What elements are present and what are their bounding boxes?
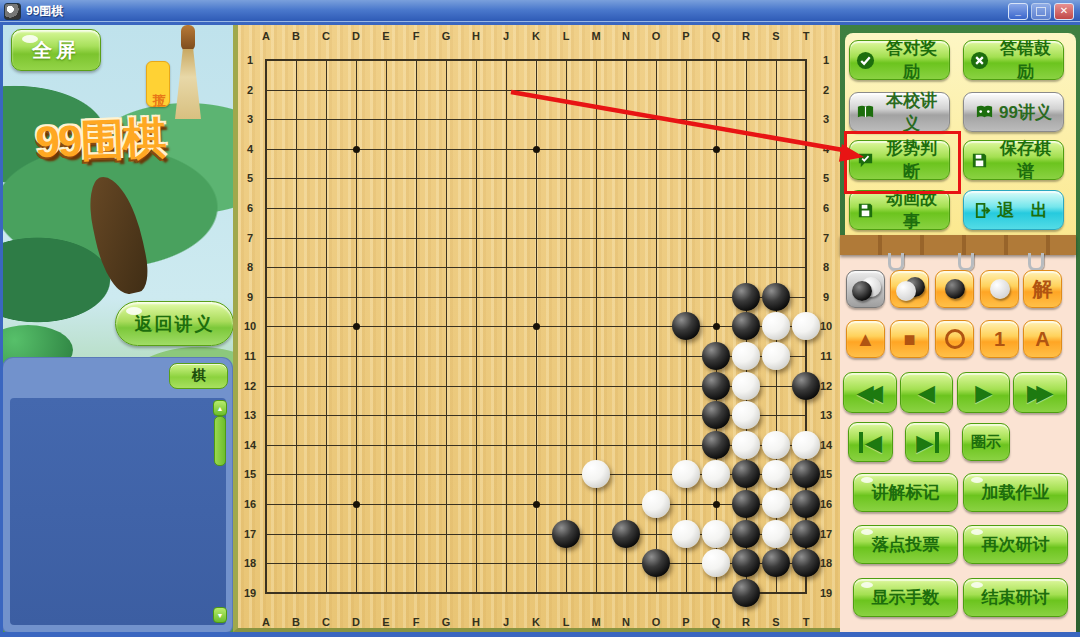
check-circle-icon (856, 51, 875, 70)
col-label-bottom: S (766, 615, 786, 629)
white-stone[interactable] (582, 460, 610, 488)
maximize-button[interactable] (1031, 3, 1051, 20)
black-stone[interactable] (702, 401, 730, 429)
row-label-left: 7 (240, 231, 260, 245)
white-stone[interactable] (762, 460, 790, 488)
col-label-bottom: E (376, 615, 396, 629)
row-label-right: 19 (816, 586, 836, 600)
col-label-bottom: H (466, 615, 486, 629)
row-label-right: 9 (816, 290, 836, 304)
exit-label: 退 出 (997, 199, 1054, 222)
vote-point-label: 落点投票 (872, 533, 940, 556)
first-move-button[interactable]: ◀ (848, 422, 893, 462)
star-point (353, 323, 360, 330)
col-label-top: G (436, 29, 456, 43)
scrollbar-down-button[interactable]: ▼ (213, 607, 227, 623)
mode-alternate-black-first-button[interactable] (846, 270, 885, 308)
white-stone[interactable] (732, 401, 760, 429)
row-label-left: 17 (240, 527, 260, 541)
row-label-right: 5 (816, 171, 836, 185)
col-label-bottom: D (346, 615, 366, 629)
col-label-bottom: C (316, 615, 336, 629)
window-title: 99围棋 (26, 3, 63, 20)
col-label-top: D (346, 29, 366, 43)
return-lecture-button[interactable]: 返回讲义 (115, 301, 233, 346)
fast-forward-button[interactable]: ▶▶ (1013, 372, 1067, 413)
mode-white-button[interactable] (980, 270, 1019, 308)
black-stone[interactable] (732, 549, 760, 577)
black-stone[interactable] (642, 549, 670, 577)
save-kifu-label: 保存棋谱 (994, 137, 1057, 183)
fullscreen-button[interactable]: 全屏 (11, 29, 101, 71)
row-label-right: 2 (816, 83, 836, 97)
row-label-right: 12 (816, 379, 836, 393)
white-stone[interactable] (762, 342, 790, 370)
row-label-right: 13 (816, 408, 836, 422)
reward-wrong-button[interactable]: 答错鼓励 (963, 40, 1064, 80)
col-label-bottom: K (526, 615, 546, 629)
row-label-right: 17 (816, 527, 836, 541)
reward-wrong-label: 答错鼓励 (994, 37, 1057, 83)
col-label-top: J (496, 29, 516, 43)
pull-down-tag[interactable]: 下拉 (146, 61, 170, 107)
col-label-top: O (646, 29, 666, 43)
discuss-again-label: 再次研讨 (982, 533, 1050, 556)
explain-mark-label: 讲解标记 (872, 481, 940, 504)
square-icon: ■ (903, 328, 915, 351)
row-label-left: 2 (240, 83, 260, 97)
col-label-bottom: O (646, 615, 666, 629)
forward-button[interactable]: ▶ (957, 372, 1010, 413)
minimize-button[interactable]: _ (1008, 3, 1028, 20)
star-point (713, 501, 720, 508)
row-label-left: 18 (240, 556, 260, 570)
triangle-icon: ▲ (856, 328, 876, 351)
back-button[interactable]: ◀ (900, 372, 953, 413)
circle-icon (945, 329, 965, 349)
black-stone[interactable] (702, 372, 730, 400)
school-lecture-button[interactable]: 本校讲义 (849, 92, 950, 132)
black-stone[interactable] (702, 342, 730, 370)
col-label-bottom: Q (706, 615, 726, 629)
white-stone[interactable] (762, 312, 790, 340)
mode-answer-button[interactable]: 解 (1023, 270, 1062, 308)
open-book-icon (975, 103, 994, 122)
black-stone[interactable] (732, 312, 760, 340)
row-label-left: 12 (240, 379, 260, 393)
white-stone[interactable] (732, 342, 760, 370)
end-discuss-label: 结束研讨 (982, 586, 1050, 609)
col-label-bottom: B (286, 615, 306, 629)
close-button[interactable]: ✕ (1054, 3, 1074, 20)
row-label-left: 13 (240, 408, 260, 422)
white-stone[interactable] (702, 549, 730, 577)
left-panel: 全屏 下拉 99围棋 返回讲义 棋 ▲ ▼ (3, 25, 233, 632)
app-logo: 99围棋 (14, 108, 186, 172)
row-label-left: 10 (240, 319, 260, 333)
col-label-bottom: F (406, 615, 426, 629)
white-stone[interactable] (762, 490, 790, 518)
last-move-button[interactable]: ▶ (905, 422, 950, 462)
row-label-left: 8 (240, 260, 260, 274)
show-moves-button[interactable]: 显示手数 (853, 578, 958, 617)
number-1-icon: 1 (994, 328, 1005, 351)
white-stone[interactable] (762, 431, 790, 459)
col-label-top: R (736, 29, 756, 43)
col-label-top: A (256, 29, 276, 43)
white-stone[interactable] (642, 490, 670, 518)
col-label-top: M (586, 29, 606, 43)
marker-square-button[interactable]: ■ (890, 320, 929, 358)
col-label-top: F (406, 29, 426, 43)
white-stone-icon (896, 281, 916, 301)
grid-line-v (596, 59, 597, 594)
row-label-left: 6 (240, 201, 260, 215)
exit-button[interactable]: 退 出 (963, 190, 1064, 230)
broom-ornament (173, 25, 203, 121)
first-move-icon: ◀ (859, 432, 881, 453)
exit-door-icon (973, 201, 992, 220)
x-circle-icon (970, 51, 989, 70)
vote-point-button[interactable]: 落点投票 (853, 525, 958, 564)
row-label-left: 5 (240, 171, 260, 185)
col-label-bottom: G (436, 615, 456, 629)
col-label-bottom: T (796, 615, 816, 629)
star-point (353, 146, 360, 153)
lecture-99-label: 99讲义 (999, 101, 1052, 124)
row-label-left: 14 (240, 438, 260, 452)
col-label-top: P (676, 29, 696, 43)
row-label-right: 18 (816, 556, 836, 570)
white-stone-icon (990, 279, 1010, 299)
floppy-disk-icon (856, 201, 875, 220)
circle-show-label: 圈示 (971, 433, 1001, 452)
col-label-bottom: J (496, 615, 516, 629)
black-stone[interactable] (672, 312, 700, 340)
col-label-bottom: N (616, 615, 636, 629)
col-label-top: Q (706, 29, 726, 43)
black-stone[interactable] (732, 579, 760, 607)
row-label-left: 19 (240, 586, 260, 600)
row-label-right: 3 (816, 112, 836, 126)
hook (958, 253, 974, 271)
school-lecture-label: 本校讲义 (880, 89, 943, 135)
star-point (713, 146, 720, 153)
save-kifu-button[interactable]: 保存棋谱 (963, 140, 1064, 180)
row-label-left: 11 (240, 349, 260, 363)
star-point (713, 323, 720, 330)
explain-mark-button[interactable]: 讲解标记 (853, 473, 958, 512)
hook (1028, 253, 1044, 271)
black-stone-icon (852, 281, 872, 301)
col-label-top: C (316, 29, 336, 43)
col-label-bottom: L (556, 615, 576, 629)
black-stone[interactable] (732, 490, 760, 518)
marker-number-button[interactable]: 1 (980, 320, 1019, 358)
board-grid[interactable] (266, 60, 807, 594)
row-label-right: 4 (816, 142, 836, 156)
mode-black-button[interactable] (935, 270, 974, 308)
col-label-top: B (286, 29, 306, 43)
fast-forward-icon: ▶▶ (1027, 382, 1045, 403)
reward-correct-label: 答对奖励 (880, 37, 943, 83)
black-stone[interactable] (612, 520, 640, 548)
reward-correct-button[interactable]: 答对奖励 (849, 40, 950, 80)
white-stone[interactable] (672, 520, 700, 548)
chat-message-area[interactable]: ▲ ▼ (10, 398, 226, 625)
col-label-bottom: M (586, 615, 606, 629)
black-stone[interactable] (552, 520, 580, 548)
black-stone[interactable] (732, 460, 760, 488)
titlebar: 99围棋 _ ✕ (0, 0, 1080, 22)
row-label-right: 16 (816, 497, 836, 511)
marker-letter-button[interactable]: A (1023, 320, 1062, 358)
chat-panel: 棋 ▲ ▼ (3, 358, 232, 632)
tree-trunk (83, 172, 153, 299)
row-label-right: 1 (816, 53, 836, 67)
col-label-bottom: R (736, 615, 756, 629)
col-label-top: K (526, 29, 546, 43)
row-label-right: 15 (816, 467, 836, 481)
star-point (533, 501, 540, 508)
black-stone-icon (945, 279, 965, 299)
lecture-99-button[interactable]: 99讲义 (963, 92, 1064, 132)
row-label-right: 11 (816, 349, 836, 363)
col-label-top: L (556, 29, 576, 43)
letter-a-icon: A (1035, 328, 1049, 351)
mode-alternate-white-first-button[interactable] (890, 270, 929, 308)
rewind-icon: ◀◀ (857, 382, 875, 403)
row-label-right: 6 (816, 201, 836, 215)
row-label-right: 10 (816, 319, 836, 333)
black-stone[interactable] (702, 431, 730, 459)
grid-line-h (265, 592, 807, 594)
black-stone[interactable] (762, 283, 790, 311)
discuss-again-button[interactable]: 再次研讨 (963, 525, 1068, 564)
col-label-top: E (376, 29, 396, 43)
chat-tab-qi[interactable]: 棋 (169, 363, 228, 389)
star-point (353, 501, 360, 508)
col-label-bottom: P (676, 615, 696, 629)
row-label-left: 3 (240, 112, 260, 126)
white-stone[interactable] (702, 520, 730, 548)
chat-scrollbar[interactable]: ▲ ▼ (213, 400, 225, 623)
last-move-icon: ▶ (916, 432, 938, 453)
row-label-right: 7 (816, 231, 836, 245)
hook (888, 253, 904, 271)
row-label-right: 14 (816, 438, 836, 452)
scrollbar-thumb[interactable] (214, 416, 226, 466)
white-stone[interactable] (732, 372, 760, 400)
load-homework-label: 加载作业 (982, 481, 1050, 504)
row-label-left: 4 (240, 142, 260, 156)
white-stone[interactable] (672, 460, 700, 488)
right-panel: 答对奖励 答错鼓励 本校讲义 99讲义 形势判断 保存棋谱 动画故事 (840, 25, 1080, 632)
floppy-disk-icon (970, 151, 989, 170)
col-label-bottom: A (256, 615, 276, 629)
marker-circle-button[interactable] (935, 320, 974, 358)
row-label-left: 16 (240, 497, 260, 511)
app-window: 99围棋 _ ✕ 全屏 下拉 99围棋 返回讲义 棋 ▲ ▼ (0, 0, 1080, 637)
grid-line-v (566, 59, 567, 594)
back-icon: ◀ (918, 382, 934, 403)
col-label-top: H (466, 29, 486, 43)
marker-triangle-button[interactable]: ▲ (846, 320, 885, 358)
row-label-left: 1 (240, 53, 260, 67)
open-book-icon (856, 103, 875, 122)
annotation-red-box (844, 131, 961, 194)
star-point (533, 323, 540, 330)
anim-story-button[interactable]: 动画故事 (849, 190, 950, 230)
row-label-left: 9 (240, 290, 260, 304)
white-stone[interactable] (702, 460, 730, 488)
circle-show-button[interactable]: 圈示 (962, 423, 1010, 461)
answer-label: 解 (1033, 276, 1053, 303)
black-stone[interactable] (762, 549, 790, 577)
rewind-button[interactable]: ◀◀ (843, 372, 897, 413)
white-stone[interactable] (732, 431, 760, 459)
grid-line-v (626, 59, 627, 594)
row-label-right: 8 (816, 260, 836, 274)
white-stone[interactable] (762, 520, 790, 548)
show-moves-label: 显示手数 (872, 586, 940, 609)
col-label-top: T (796, 29, 816, 43)
scrollbar-up-button[interactable]: ▲ (213, 400, 227, 416)
wood-plank (840, 235, 1076, 255)
black-stone[interactable] (732, 520, 760, 548)
app-icon (4, 3, 21, 20)
load-homework-button[interactable]: 加载作业 (963, 473, 1068, 512)
black-stone[interactable] (732, 283, 760, 311)
col-label-top: S (766, 29, 786, 43)
row-label-left: 15 (240, 467, 260, 481)
go-board[interactable]: AABBCCDDEEFFGGHHJJKKLLMMNNOOPPQQRRSSTT11… (233, 25, 840, 632)
end-discuss-button[interactable]: 结束研讨 (963, 578, 1068, 617)
forward-icon: ▶ (975, 382, 991, 403)
col-label-top: N (616, 29, 636, 43)
star-point (533, 146, 540, 153)
